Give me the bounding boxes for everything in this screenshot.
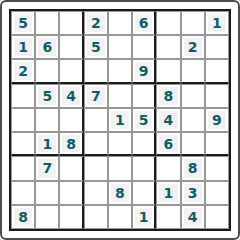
cell-r4c8[interactable] (181, 84, 205, 108)
cell-r5c5: 1 (108, 108, 132, 132)
cell-r2c8: 2 (181, 35, 205, 59)
cell-r9c6: 1 (132, 205, 156, 229)
cell-r3c2[interactable] (35, 59, 59, 83)
cell-r3c8[interactable] (181, 59, 205, 83)
cell-r1c9: 1 (205, 11, 229, 35)
cell-r4c2: 5 (35, 84, 59, 108)
cell-r3c9[interactable] (205, 59, 229, 83)
cell-r1c2[interactable] (35, 11, 59, 35)
cell-r1c4: 2 (84, 11, 108, 35)
cell-r5c2[interactable] (35, 108, 59, 132)
cell-r7c3[interactable] (59, 156, 83, 180)
cell-r2c7[interactable] (156, 35, 180, 59)
cell-r6c3: 8 (59, 132, 83, 156)
cell-r9c1: 8 (11, 205, 35, 229)
cell-r4c6[interactable] (132, 84, 156, 108)
cell-r4c5[interactable] (108, 84, 132, 108)
cell-r3c3[interactable] (59, 59, 83, 83)
cell-r6c7: 6 (156, 132, 180, 156)
cell-r9c2[interactable] (35, 205, 59, 229)
cell-r6c2: 1 (35, 132, 59, 156)
cell-r5c9: 9 (205, 108, 229, 132)
cell-r9c4[interactable] (84, 205, 108, 229)
cell-r1c5[interactable] (108, 11, 132, 35)
cell-r6c6[interactable] (132, 132, 156, 156)
cell-r7c5[interactable] (108, 156, 132, 180)
cell-r8c3[interactable] (59, 181, 83, 205)
cell-r8c2[interactable] (35, 181, 59, 205)
cell-r7c1[interactable] (11, 156, 35, 180)
cell-r3c4[interactable] (84, 59, 108, 83)
cell-r3c1: 2 (11, 59, 35, 83)
cell-r4c3: 4 (59, 84, 83, 108)
cell-r8c6[interactable] (132, 181, 156, 205)
sudoku-board: 52611652295478154918678813814 (9, 9, 231, 231)
cell-r1c1: 5 (11, 11, 35, 35)
cell-r1c8[interactable] (181, 11, 205, 35)
cell-r6c4[interactable] (84, 132, 108, 156)
cell-r9c3[interactable] (59, 205, 83, 229)
cell-r6c1[interactable] (11, 132, 35, 156)
cell-r4c7: 8 (156, 84, 180, 108)
cell-r4c9[interactable] (205, 84, 229, 108)
cell-r9c8: 4 (181, 205, 205, 229)
cell-r5c3[interactable] (59, 108, 83, 132)
cell-r7c4[interactable] (84, 156, 108, 180)
cell-r7c2: 7 (35, 156, 59, 180)
cell-r3c5[interactable] (108, 59, 132, 83)
cell-r3c6: 9 (132, 59, 156, 83)
cell-r7c6[interactable] (132, 156, 156, 180)
cell-r6c5[interactable] (108, 132, 132, 156)
cell-r1c6: 6 (132, 11, 156, 35)
cell-r9c9[interactable] (205, 205, 229, 229)
cell-r5c4[interactable] (84, 108, 108, 132)
cell-r8c8: 3 (181, 181, 205, 205)
cell-r8c5: 8 (108, 181, 132, 205)
cell-r2c3[interactable] (59, 35, 83, 59)
cell-r8c4[interactable] (84, 181, 108, 205)
cell-r9c7[interactable] (156, 205, 180, 229)
cell-r4c1[interactable] (11, 84, 35, 108)
cell-r7c8: 8 (181, 156, 205, 180)
cell-r6c8[interactable] (181, 132, 205, 156)
cell-r2c9[interactable] (205, 35, 229, 59)
cell-r5c6: 5 (132, 108, 156, 132)
cell-r7c9[interactable] (205, 156, 229, 180)
cell-r1c7[interactable] (156, 11, 180, 35)
cell-r8c9[interactable] (205, 181, 229, 205)
cell-r4c4: 7 (84, 84, 108, 108)
cell-r8c7: 1 (156, 181, 180, 205)
cell-r2c5[interactable] (108, 35, 132, 59)
cell-r3c7[interactable] (156, 59, 180, 83)
cell-r9c5[interactable] (108, 205, 132, 229)
cell-r2c4: 5 (84, 35, 108, 59)
cell-r5c1[interactable] (11, 108, 35, 132)
cell-r2c2: 6 (35, 35, 59, 59)
cell-r5c8[interactable] (181, 108, 205, 132)
cell-r7c7[interactable] (156, 156, 180, 180)
cell-r2c1: 1 (11, 35, 35, 59)
sudoku-widget: 52611652295478154918678813814 (0, 0, 240, 240)
cell-r8c1[interactable] (11, 181, 35, 205)
cell-r2c6[interactable] (132, 35, 156, 59)
cell-r5c7: 4 (156, 108, 180, 132)
cell-r1c3[interactable] (59, 11, 83, 35)
cell-r6c9[interactable] (205, 132, 229, 156)
